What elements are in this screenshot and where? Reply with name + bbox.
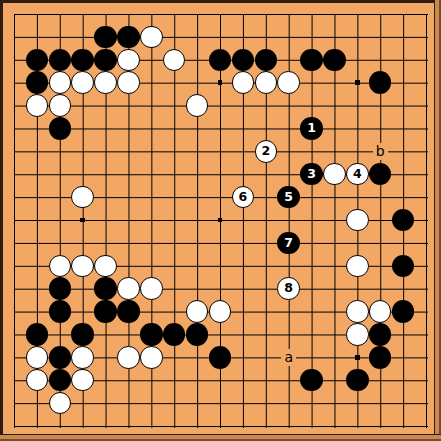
board-point — [117, 277, 140, 300]
board-point — [48, 277, 71, 300]
black-stone — [300, 369, 322, 391]
white-stone — [346, 300, 368, 322]
white-stone — [277, 71, 299, 93]
black-stone — [369, 163, 391, 185]
board-point — [48, 94, 71, 117]
board-point: 7 — [277, 231, 300, 254]
move-stone-8: 8 — [277, 277, 299, 299]
white-stone — [117, 71, 139, 93]
black-stone — [300, 49, 322, 71]
black-stone — [26, 323, 48, 345]
board-point: a — [277, 346, 300, 369]
white-stone — [94, 255, 116, 277]
black-stone — [49, 277, 71, 299]
white-stone — [163, 49, 185, 71]
black-stone — [49, 346, 71, 368]
board-point — [25, 346, 48, 369]
black-stone — [94, 300, 116, 322]
board-point — [94, 48, 117, 71]
white-stone — [209, 300, 231, 322]
black-stone — [323, 49, 345, 71]
board-point — [300, 369, 323, 392]
board-point — [323, 163, 346, 186]
board-point — [346, 209, 369, 232]
move-stone-6: 6 — [232, 186, 254, 208]
stone-grid: 12b346578a — [3, 3, 438, 438]
white-stone — [71, 369, 93, 391]
move-stone-1: 1 — [300, 117, 322, 139]
board-point — [231, 48, 254, 71]
board-point — [346, 323, 369, 346]
white-stone — [49, 392, 71, 414]
black-stone — [49, 300, 71, 322]
board-point — [94, 300, 117, 323]
board-point — [25, 48, 48, 71]
board-point — [369, 163, 392, 186]
white-stone — [346, 255, 368, 277]
black-stone — [71, 323, 93, 345]
white-stone — [49, 94, 71, 116]
white-stone — [26, 369, 48, 391]
black-stone — [49, 117, 71, 139]
black-stone — [346, 369, 368, 391]
black-stone — [94, 277, 116, 299]
white-stone — [140, 346, 162, 368]
board-point — [94, 254, 117, 277]
white-stone — [346, 209, 368, 231]
black-stone — [392, 209, 414, 231]
board-point — [71, 346, 94, 369]
board-point — [48, 300, 71, 323]
black-stone — [94, 49, 116, 71]
board-point — [254, 48, 277, 71]
board-point — [71, 186, 94, 209]
move-stone-5: 5 — [277, 186, 299, 208]
board-point: 2 — [254, 140, 277, 163]
white-stone — [94, 71, 116, 93]
board-point — [392, 254, 415, 277]
white-stone — [369, 300, 391, 322]
white-stone — [255, 71, 277, 93]
black-stone — [49, 369, 71, 391]
white-stone — [323, 163, 345, 185]
board-point — [346, 254, 369, 277]
black-stone — [117, 26, 139, 48]
black-stone — [71, 49, 93, 71]
board-point — [25, 369, 48, 392]
point-label-b: b — [373, 143, 388, 160]
white-stone — [186, 94, 208, 116]
board-point — [48, 254, 71, 277]
black-stone — [49, 49, 71, 71]
black-stone — [26, 71, 48, 93]
move-stone-7: 7 — [277, 232, 299, 254]
board-point — [140, 346, 163, 369]
move-stone-3: 3 — [300, 163, 322, 185]
white-stone — [49, 71, 71, 93]
move-stone-2: 2 — [255, 140, 277, 162]
white-stone — [26, 94, 48, 116]
white-stone — [117, 49, 139, 71]
black-stone — [232, 49, 254, 71]
board-point — [186, 300, 209, 323]
board-point — [186, 94, 209, 117]
black-stone — [392, 300, 414, 322]
board-point — [48, 392, 71, 415]
board-point — [186, 323, 209, 346]
white-stone — [71, 255, 93, 277]
black-stone — [186, 323, 208, 345]
board-point — [392, 209, 415, 232]
white-stone — [117, 346, 139, 368]
board-point — [94, 277, 117, 300]
board-point — [346, 300, 369, 323]
board-point — [300, 48, 323, 71]
board-point — [140, 25, 163, 48]
white-stone — [71, 346, 93, 368]
board-point — [25, 94, 48, 117]
board-point — [71, 323, 94, 346]
board-point — [346, 369, 369, 392]
black-stone — [369, 71, 391, 93]
board-point — [48, 71, 71, 94]
board-point — [48, 369, 71, 392]
board-point — [392, 300, 415, 323]
black-stone — [140, 323, 162, 345]
board-point — [209, 300, 232, 323]
board-point — [117, 71, 140, 94]
board-point — [369, 323, 392, 346]
board-point: 3 — [300, 163, 323, 186]
board-point — [48, 48, 71, 71]
white-stone — [140, 26, 162, 48]
board-point — [140, 277, 163, 300]
board-point — [277, 71, 300, 94]
board-point — [163, 323, 186, 346]
board-point — [209, 346, 232, 369]
board-point — [94, 71, 117, 94]
board-point — [71, 369, 94, 392]
board-point — [369, 71, 392, 94]
board-point — [369, 300, 392, 323]
black-stone — [369, 323, 391, 345]
board-point — [117, 25, 140, 48]
board-point: b — [369, 140, 392, 163]
board-point: 5 — [277, 186, 300, 209]
board-point — [71, 48, 94, 71]
board-point — [25, 323, 48, 346]
board-point — [94, 25, 117, 48]
board-point: 8 — [277, 277, 300, 300]
white-stone — [232, 71, 254, 93]
board-point: 4 — [346, 163, 369, 186]
go-board: 12b346578a — [0, 0, 441, 441]
board-point — [117, 48, 140, 71]
black-stone — [163, 323, 185, 345]
black-stone — [94, 26, 116, 48]
black-stone — [369, 346, 391, 368]
board-point — [117, 346, 140, 369]
board-point — [254, 71, 277, 94]
board-point — [209, 48, 232, 71]
black-stone — [255, 49, 277, 71]
board-point — [163, 48, 186, 71]
black-stone — [392, 255, 414, 277]
board-point — [231, 71, 254, 94]
white-stone — [186, 300, 208, 322]
white-stone — [71, 186, 93, 208]
move-stone-4: 4 — [346, 163, 368, 185]
board-point — [140, 323, 163, 346]
white-stone — [117, 277, 139, 299]
board-point — [323, 48, 346, 71]
white-stone — [346, 323, 368, 345]
white-stone — [49, 255, 71, 277]
white-stone — [26, 346, 48, 368]
white-stone — [140, 277, 162, 299]
board-point — [71, 254, 94, 277]
black-stone — [209, 346, 231, 368]
board-point — [71, 71, 94, 94]
point-label-a: a — [281, 349, 296, 366]
board-point — [117, 300, 140, 323]
board-point: 6 — [231, 186, 254, 209]
black-stone — [26, 49, 48, 71]
board-point — [48, 346, 71, 369]
white-stone — [71, 71, 93, 93]
black-stone — [117, 300, 139, 322]
board-point — [25, 71, 48, 94]
board-point — [48, 117, 71, 140]
board-point — [369, 346, 392, 369]
black-stone — [209, 49, 231, 71]
board-point: 1 — [300, 117, 323, 140]
